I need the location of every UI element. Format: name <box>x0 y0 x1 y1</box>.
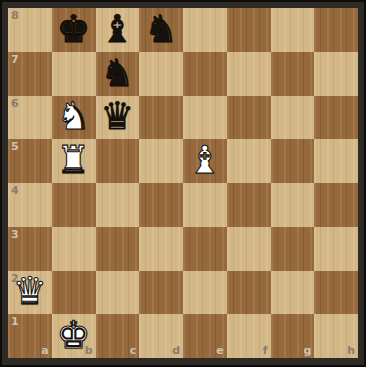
square-a7[interactable]: 7 <box>8 52 52 96</box>
square-a8[interactable]: 8 <box>8 8 52 52</box>
square-d5[interactable] <box>139 139 183 183</box>
square-a6[interactable]: 6 <box>8 96 52 140</box>
square-f1[interactable]: f <box>227 314 271 358</box>
square-e8[interactable] <box>183 8 227 52</box>
square-e2[interactable] <box>183 271 227 315</box>
square-d4[interactable] <box>139 183 183 227</box>
square-c1[interactable]: c <box>96 314 140 358</box>
square-e7[interactable] <box>183 52 227 96</box>
black-knight-piece[interactable]: ♞ <box>144 10 178 48</box>
square-h4[interactable] <box>314 183 358 227</box>
rank-label-7: 7 <box>11 54 19 65</box>
square-h8[interactable] <box>314 8 358 52</box>
rank-label-4: 4 <box>11 185 19 196</box>
rank-label-1: 1 <box>11 316 19 327</box>
square-f5[interactable] <box>227 139 271 183</box>
square-a2[interactable]: 2♛ <box>8 271 52 315</box>
white-bishop-piece[interactable]: ♝ <box>188 141 222 179</box>
black-king-piece[interactable]: ♚ <box>57 10 91 48</box>
square-e3[interactable] <box>183 227 227 271</box>
square-c4[interactable] <box>96 183 140 227</box>
square-f7[interactable] <box>227 52 271 96</box>
white-king-piece[interactable]: ♚ <box>57 316 91 354</box>
chess-board: 8♚♝♞7♞6♞♛5♜♝432♛1ab♚cdefgh <box>8 8 358 358</box>
square-g3[interactable] <box>271 227 315 271</box>
file-label-c: c <box>130 345 137 356</box>
square-b8[interactable]: ♚ <box>52 8 96 52</box>
square-b1[interactable]: b♚ <box>52 314 96 358</box>
square-g2[interactable] <box>271 271 315 315</box>
square-a3[interactable]: 3 <box>8 227 52 271</box>
square-f2[interactable] <box>227 271 271 315</box>
file-label-g: g <box>303 345 311 356</box>
square-b6[interactable]: ♞ <box>52 96 96 140</box>
square-b3[interactable] <box>52 227 96 271</box>
square-c2[interactable] <box>96 271 140 315</box>
black-queen-piece[interactable]: ♛ <box>100 97 134 135</box>
square-b2[interactable] <box>52 271 96 315</box>
square-b4[interactable] <box>52 183 96 227</box>
black-bishop-piece[interactable]: ♝ <box>100 10 134 48</box>
square-g4[interactable] <box>271 183 315 227</box>
square-h5[interactable] <box>314 139 358 183</box>
square-b5[interactable]: ♜ <box>52 139 96 183</box>
square-d6[interactable] <box>139 96 183 140</box>
square-h6[interactable] <box>314 96 358 140</box>
square-g5[interactable] <box>271 139 315 183</box>
square-g7[interactable] <box>271 52 315 96</box>
square-c3[interactable] <box>96 227 140 271</box>
square-e4[interactable] <box>183 183 227 227</box>
white-knight-piece[interactable]: ♞ <box>57 97 91 135</box>
square-f4[interactable] <box>227 183 271 227</box>
white-queen-piece[interactable]: ♛ <box>13 272 47 310</box>
file-label-a: a <box>41 345 48 356</box>
square-a4[interactable]: 4 <box>8 183 52 227</box>
rank-label-3: 3 <box>11 229 19 240</box>
square-d1[interactable]: d <box>139 314 183 358</box>
file-label-h: h <box>347 345 355 356</box>
square-a1[interactable]: 1a <box>8 314 52 358</box>
file-label-f: f <box>263 345 268 356</box>
square-f6[interactable] <box>227 96 271 140</box>
square-e5[interactable]: ♝ <box>183 139 227 183</box>
square-f3[interactable] <box>227 227 271 271</box>
rank-label-8: 8 <box>11 10 19 21</box>
file-label-d: d <box>172 345 180 356</box>
square-h7[interactable] <box>314 52 358 96</box>
square-c8[interactable]: ♝ <box>96 8 140 52</box>
square-g8[interactable] <box>271 8 315 52</box>
square-b7[interactable] <box>52 52 96 96</box>
square-d3[interactable] <box>139 227 183 271</box>
square-e6[interactable] <box>183 96 227 140</box>
square-h2[interactable] <box>314 271 358 315</box>
square-e1[interactable]: e <box>183 314 227 358</box>
square-d7[interactable] <box>139 52 183 96</box>
square-h3[interactable] <box>314 227 358 271</box>
black-knight-piece[interactable]: ♞ <box>100 54 134 92</box>
square-g1[interactable]: g <box>271 314 315 358</box>
rank-label-5: 5 <box>11 141 19 152</box>
square-a5[interactable]: 5 <box>8 139 52 183</box>
square-d2[interactable] <box>139 271 183 315</box>
square-c6[interactable]: ♛ <box>96 96 140 140</box>
square-c5[interactable] <box>96 139 140 183</box>
board-frame: 8♚♝♞7♞6♞♛5♜♝432♛1ab♚cdefgh <box>0 0 366 367</box>
square-d8[interactable]: ♞ <box>139 8 183 52</box>
square-c7[interactable]: ♞ <box>96 52 140 96</box>
square-f8[interactable] <box>227 8 271 52</box>
file-label-e: e <box>216 345 223 356</box>
rank-label-6: 6 <box>11 98 19 109</box>
square-g6[interactable] <box>271 96 315 140</box>
white-rook-piece[interactable]: ♜ <box>57 141 91 179</box>
square-h1[interactable]: h <box>314 314 358 358</box>
